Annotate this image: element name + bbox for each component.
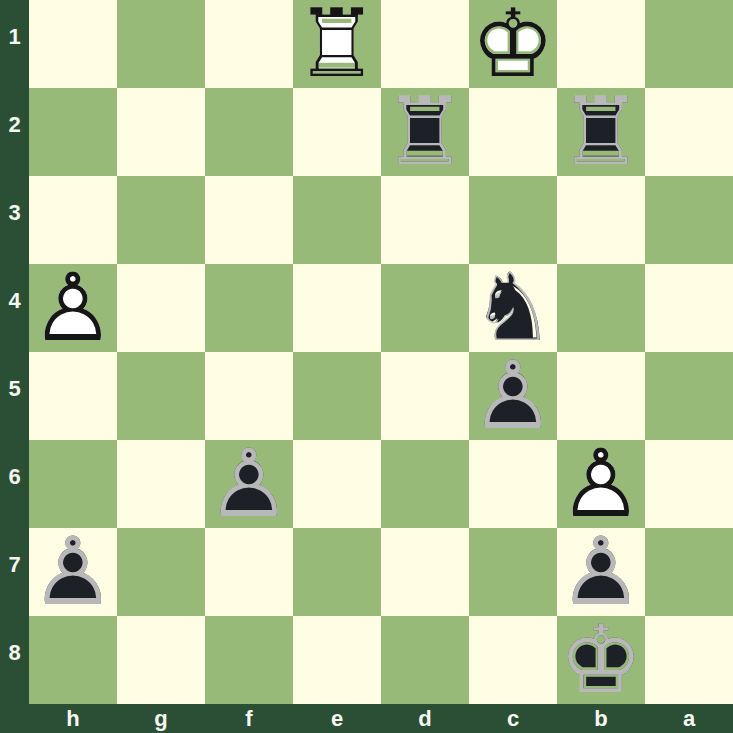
square-f3[interactable] xyxy=(205,176,293,264)
square-e2[interactable] xyxy=(293,88,381,176)
square-f5[interactable] xyxy=(205,352,293,440)
square-a1[interactable] xyxy=(645,0,733,88)
square-a5[interactable] xyxy=(645,352,733,440)
square-d7[interactable] xyxy=(381,528,469,616)
square-g1[interactable] xyxy=(117,0,205,88)
square-h2[interactable] xyxy=(29,88,117,176)
square-d1[interactable] xyxy=(381,0,469,88)
square-f1[interactable] xyxy=(205,0,293,88)
white-pawn-glyph-fill: ♟︎ xyxy=(557,440,645,528)
square-e1[interactable]: ♜︎♖︎ xyxy=(293,0,381,88)
black-knight-c4[interactable]: ♞︎♘︎ xyxy=(469,264,557,352)
square-g4[interactable] xyxy=(117,264,205,352)
black-king-glyph-outline: ♔︎ xyxy=(557,616,645,704)
square-f7[interactable] xyxy=(205,528,293,616)
black-pawn-f6[interactable]: ♟︎♙︎ xyxy=(205,440,293,528)
file-label-d: d xyxy=(381,704,469,733)
square-d5[interactable] xyxy=(381,352,469,440)
black-pawn-glyph-fill: ♟︎ xyxy=(205,440,293,528)
white-pawn-b6[interactable]: ♟︎♙︎ xyxy=(557,440,645,528)
square-a2[interactable] xyxy=(645,88,733,176)
square-c6[interactable] xyxy=(469,440,557,528)
file-label-a: a xyxy=(645,704,733,733)
square-b6[interactable]: ♟︎♙︎ xyxy=(557,440,645,528)
square-g3[interactable] xyxy=(117,176,205,264)
white-rook-glyph-fill: ♜︎ xyxy=(293,0,381,88)
white-king-glyph-outline: ♔︎ xyxy=(469,0,557,88)
black-king-b8[interactable]: ♚︎♔︎ xyxy=(557,616,645,704)
white-pawn-glyph-outline: ♙︎ xyxy=(29,264,117,352)
white-pawn-glyph-outline: ♙︎ xyxy=(557,440,645,528)
square-h5[interactable] xyxy=(29,352,117,440)
chess-board-frame: 12345678 ♜︎♖︎♚︎♔︎♜︎♖︎♜︎♖︎♟︎♙︎♞︎♘︎♟︎♙︎♟︎♙… xyxy=(0,0,733,733)
black-rook-glyph-outline: ♖︎ xyxy=(381,88,469,176)
square-f6[interactable]: ♟︎♙︎ xyxy=(205,440,293,528)
black-pawn-glyph-outline: ♙︎ xyxy=(469,352,557,440)
square-f8[interactable] xyxy=(205,616,293,704)
square-c5[interactable]: ♟︎♙︎ xyxy=(469,352,557,440)
file-label-g: g xyxy=(117,704,205,733)
black-rook-d2[interactable]: ♜︎♖︎ xyxy=(381,88,469,176)
square-e4[interactable] xyxy=(293,264,381,352)
square-a4[interactable] xyxy=(645,264,733,352)
rank-label-6: 6 xyxy=(0,433,29,521)
black-rook-b2[interactable]: ♜︎♖︎ xyxy=(557,88,645,176)
white-rook-e1[interactable]: ♜︎♖︎ xyxy=(293,0,381,88)
black-knight-glyph-outline: ♘︎ xyxy=(469,264,557,352)
square-g6[interactable] xyxy=(117,440,205,528)
square-h6[interactable] xyxy=(29,440,117,528)
rank-label-4: 4 xyxy=(0,257,29,345)
square-c4[interactable]: ♞︎♘︎ xyxy=(469,264,557,352)
square-d2[interactable]: ♜︎♖︎ xyxy=(381,88,469,176)
black-rook-glyph-outline: ♖︎ xyxy=(557,88,645,176)
black-pawn-glyph-outline: ♙︎ xyxy=(205,440,293,528)
black-pawn-glyph-outline: ♙︎ xyxy=(557,528,645,616)
square-b5[interactable] xyxy=(557,352,645,440)
white-king-c1[interactable]: ♚︎♔︎ xyxy=(469,0,557,88)
square-g8[interactable] xyxy=(117,616,205,704)
rank-label-7: 7 xyxy=(0,521,29,609)
file-label-h: h xyxy=(29,704,117,733)
square-e3[interactable] xyxy=(293,176,381,264)
square-b1[interactable] xyxy=(557,0,645,88)
square-h3[interactable] xyxy=(29,176,117,264)
black-rook-glyph-fill: ♜︎ xyxy=(381,88,469,176)
square-h1[interactable] xyxy=(29,0,117,88)
square-b7[interactable]: ♟︎♙︎ xyxy=(557,528,645,616)
black-king-glyph-fill: ♚︎ xyxy=(557,616,645,704)
rank-label-1: 1 xyxy=(0,0,29,81)
square-d3[interactable] xyxy=(381,176,469,264)
file-label-c: c xyxy=(469,704,557,733)
square-g5[interactable] xyxy=(117,352,205,440)
white-rook-glyph-outline: ♖︎ xyxy=(293,0,381,88)
black-pawn-c5[interactable]: ♟︎♙︎ xyxy=(469,352,557,440)
black-pawn-glyph-fill: ♟︎ xyxy=(29,528,117,616)
square-b8[interactable]: ♚︎♔︎ xyxy=(557,616,645,704)
square-g2[interactable] xyxy=(117,88,205,176)
chess-board[interactable]: ♜︎♖︎♚︎♔︎♜︎♖︎♜︎♖︎♟︎♙︎♞︎♘︎♟︎♙︎♟︎♙︎♟︎♙︎♟︎♙︎… xyxy=(29,0,733,704)
file-label-e: e xyxy=(293,704,381,733)
square-d6[interactable] xyxy=(381,440,469,528)
rank-label-5: 5 xyxy=(0,345,29,433)
rank-label-2: 2 xyxy=(0,81,29,169)
square-c1[interactable]: ♚︎♔︎ xyxy=(469,0,557,88)
square-b4[interactable] xyxy=(557,264,645,352)
rank-label-8: 8 xyxy=(0,609,29,697)
square-b3[interactable] xyxy=(557,176,645,264)
white-pawn-glyph-fill: ♟︎ xyxy=(29,264,117,352)
square-a8[interactable] xyxy=(645,616,733,704)
square-c3[interactable] xyxy=(469,176,557,264)
square-b2[interactable]: ♜︎♖︎ xyxy=(557,88,645,176)
black-pawn-glyph-fill: ♟︎ xyxy=(469,352,557,440)
square-d4[interactable] xyxy=(381,264,469,352)
square-h8[interactable] xyxy=(29,616,117,704)
square-c2[interactable] xyxy=(469,88,557,176)
white-pawn-h4[interactable]: ♟︎♙︎ xyxy=(29,264,117,352)
square-f2[interactable] xyxy=(205,88,293,176)
black-pawn-b7[interactable]: ♟︎♙︎ xyxy=(557,528,645,616)
square-e5[interactable] xyxy=(293,352,381,440)
file-label-f: f xyxy=(205,704,293,733)
rank-labels: 12345678 xyxy=(0,0,29,704)
black-rook-glyph-fill: ♜︎ xyxy=(557,88,645,176)
square-h7[interactable]: ♟︎♙︎ xyxy=(29,528,117,616)
square-c8[interactable] xyxy=(469,616,557,704)
square-a3[interactable] xyxy=(645,176,733,264)
black-pawn-h7[interactable]: ♟︎♙︎ xyxy=(29,528,117,616)
file-label-b: b xyxy=(557,704,645,733)
square-h4[interactable]: ♟︎♙︎ xyxy=(29,264,117,352)
square-g7[interactable] xyxy=(117,528,205,616)
square-c7[interactable] xyxy=(469,528,557,616)
file-labels: hgfedcba xyxy=(29,704,733,733)
black-pawn-glyph-fill: ♟︎ xyxy=(557,528,645,616)
square-e7[interactable] xyxy=(293,528,381,616)
square-d8[interactable] xyxy=(381,616,469,704)
square-a6[interactable] xyxy=(645,440,733,528)
square-a7[interactable] xyxy=(645,528,733,616)
rank-label-3: 3 xyxy=(0,169,29,257)
square-e6[interactable] xyxy=(293,440,381,528)
white-king-glyph-fill: ♚︎ xyxy=(469,0,557,88)
black-knight-glyph-fill: ♞︎ xyxy=(469,264,557,352)
square-e8[interactable] xyxy=(293,616,381,704)
black-pawn-glyph-outline: ♙︎ xyxy=(29,528,117,616)
square-f4[interactable] xyxy=(205,264,293,352)
